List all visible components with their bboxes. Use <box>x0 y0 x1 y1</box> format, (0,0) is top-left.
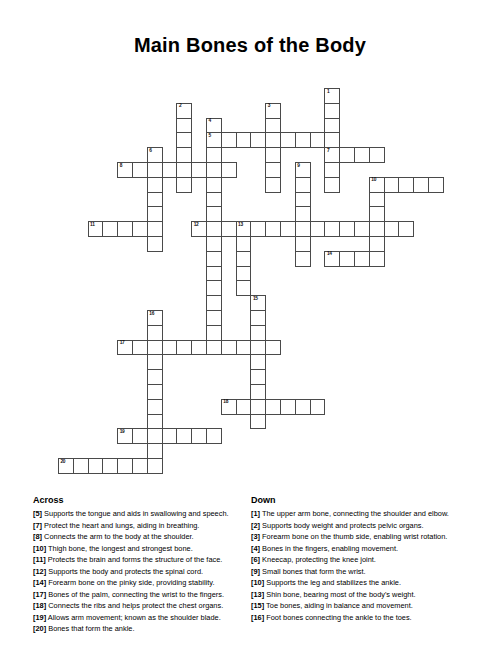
grid-cell[interactable] <box>310 132 326 148</box>
grid-cell[interactable]: 3 <box>265 103 281 119</box>
grid-cell[interactable] <box>369 206 385 222</box>
clue-number-label: [17] <box>33 590 46 599</box>
clue-number-label: [8] <box>33 532 42 541</box>
grid-cell[interactable] <box>176 428 192 444</box>
clue-number-label: [12] <box>33 567 46 576</box>
grid-cell[interactable] <box>236 251 252 267</box>
grid-cell[interactable]: 2 <box>176 103 192 119</box>
down-header: Down <box>251 495 497 505</box>
clue-number-label: [15] <box>251 601 264 610</box>
grid-cell[interactable] <box>221 340 237 356</box>
clue-item: [13] Shin bone, bearing most of the body… <box>251 589 497 601</box>
down-clues-column: Down [1] The upper arm bone, connecting … <box>251 495 497 623</box>
grid-cell[interactable] <box>295 236 311 252</box>
grid-cell[interactable] <box>206 295 222 311</box>
grid-cell[interactable]: 13 <box>236 221 252 237</box>
down-clue-list: [1] The upper arm bone, connecting the s… <box>251 508 497 623</box>
clue-item: [10] Thigh bone, the longest and stronge… <box>33 543 251 555</box>
grid-cell[interactable] <box>206 206 222 222</box>
grid-cell[interactable] <box>428 177 444 193</box>
grid-cell[interactable] <box>295 132 311 148</box>
clue-item: [15] Toe bones, aiding in balance and mo… <box>251 600 497 612</box>
grid-cell[interactable] <box>206 428 222 444</box>
grid-cell[interactable] <box>369 147 385 163</box>
grid-cell[interactable] <box>295 399 311 415</box>
grid-cell[interactable] <box>132 428 148 444</box>
clue-number-label: [11] <box>33 555 46 564</box>
grid-cell[interactable] <box>324 103 340 119</box>
grid-cell[interactable] <box>324 118 340 134</box>
grid-cell[interactable] <box>236 266 252 282</box>
grid-cell[interactable] <box>147 206 163 222</box>
grid-cell[interactable] <box>176 118 192 134</box>
grid-cell[interactable] <box>324 177 340 193</box>
grid-cell[interactable] <box>117 458 133 474</box>
grid-cell[interactable] <box>354 221 370 237</box>
crossword-page: Main Bones of the Body 12345678910111213… <box>0 0 500 647</box>
grid-cell[interactable]: 4 <box>206 118 222 134</box>
grid-cell[interactable] <box>265 132 281 148</box>
cell-number: 5 <box>209 134 211 139</box>
grid-cell[interactable] <box>191 162 207 178</box>
puzzle-title: Main Bones of the Body <box>0 34 500 57</box>
grid-cell[interactable] <box>324 162 340 178</box>
grid-cell[interactable] <box>413 177 429 193</box>
clue-number-label: [5] <box>33 509 42 518</box>
clue-item: [7] Protect the heart and lungs, aiding … <box>33 520 251 532</box>
cell-number: 12 <box>194 223 199 228</box>
clue-item: [1] The upper arm bone, connecting the s… <box>251 508 497 520</box>
grid-cell[interactable] <box>324 132 340 148</box>
cell-number: 14 <box>327 252 332 257</box>
grid-cell[interactable] <box>310 221 326 237</box>
clue-number-label: [2] <box>251 521 260 530</box>
grid-cell[interactable] <box>206 325 222 341</box>
grid-cell[interactable] <box>295 206 311 222</box>
clue-number-label: [6] <box>251 555 260 564</box>
clue-number-label: [14] <box>33 578 46 587</box>
grid-cell[interactable]: 5 <box>206 132 222 148</box>
grid-cell[interactable] <box>147 414 163 430</box>
grid-cell[interactable] <box>295 177 311 193</box>
grid-cell[interactable] <box>221 221 237 237</box>
grid-cell[interactable]: 12 <box>191 221 207 237</box>
grid-cell[interactable] <box>176 132 192 148</box>
grid-cell[interactable] <box>369 221 385 237</box>
cell-number: 11 <box>90 223 94 228</box>
grid-cell[interactable]: 11 <box>88 221 104 237</box>
clue-item: [19] Allows arm movement; known as the s… <box>33 612 251 624</box>
clue-number-label: [19] <box>33 613 46 622</box>
grid-cell[interactable] <box>88 458 104 474</box>
grid-cell[interactable] <box>206 340 222 356</box>
clue-item: [5] Supports the tongue and aids in swal… <box>33 508 251 520</box>
grid-cell[interactable]: 14 <box>324 251 340 267</box>
clue-number-label: [3] <box>251 532 260 541</box>
grid-cell[interactable] <box>206 162 222 178</box>
grid-cell[interactable] <box>250 384 266 400</box>
grid-cell[interactable] <box>339 221 355 237</box>
grid-cell[interactable] <box>250 221 266 237</box>
cell-number: 6 <box>149 149 151 154</box>
grid-cell[interactable]: 19 <box>117 428 133 444</box>
clue-item: [16] Foot bones connecting the ankle to … <box>251 612 497 624</box>
grid-cell[interactable] <box>147 325 163 341</box>
clue-number-label: [20] <box>33 624 46 633</box>
clue-item: [8] Connects the arm to the body at the … <box>33 531 251 543</box>
grid-cell[interactable] <box>250 369 266 385</box>
cell-number: 13 <box>238 223 243 228</box>
grid-cell[interactable]: 8 <box>117 162 133 178</box>
grid-cell[interactable]: 15 <box>250 295 266 311</box>
grid-cell[interactable] <box>176 340 192 356</box>
clue-item: [6] Kneecap, protecting the knee joint. <box>251 554 497 566</box>
clue-number-label: [18] <box>33 601 46 610</box>
grid-cell[interactable] <box>221 162 237 178</box>
grid-cell[interactable] <box>250 354 266 370</box>
clue-item: [20] Bones that form the ankle. <box>33 623 251 635</box>
across-clue-list: [5] Supports the tongue and aids in swal… <box>33 508 251 635</box>
grid-cell[interactable] <box>191 340 207 356</box>
grid-cell[interactable] <box>265 162 281 178</box>
grid-cell[interactable] <box>265 118 281 134</box>
grid-cell[interactable] <box>384 221 400 237</box>
clue-number-label: [10] <box>251 578 264 587</box>
grid-cell[interactable] <box>147 236 163 252</box>
grid-cell[interactable] <box>206 251 222 267</box>
clue-number-label: [16] <box>251 613 264 622</box>
cell-number: 19 <box>120 430 125 435</box>
cell-number: 7 <box>327 149 329 154</box>
clue-item: [3] Forearm bone on the thumb side, enab… <box>251 531 497 543</box>
grid-cell[interactable] <box>147 221 163 237</box>
grid-cell[interactable] <box>73 458 89 474</box>
cell-number: 3 <box>268 104 270 109</box>
across-clues-column: Across [5] Supports the tongue and aids … <box>33 495 251 635</box>
grid-cell[interactable] <box>265 177 281 193</box>
grid-cell[interactable] <box>147 162 163 178</box>
grid-cell[interactable] <box>369 251 385 267</box>
grid-cell[interactable] <box>280 399 296 415</box>
grid-cell[interactable] <box>265 340 281 356</box>
clue-number-label: [4] <box>251 544 260 553</box>
grid-cell[interactable] <box>132 221 148 237</box>
grid-cell[interactable] <box>295 251 311 267</box>
grid-cell[interactable] <box>102 221 118 237</box>
clue-item: [9] Small bones that form the wrist. <box>251 566 497 578</box>
grid-cell[interactable]: 7 <box>324 147 340 163</box>
cell-number: 17 <box>120 341 125 346</box>
grid-cell[interactable] <box>117 221 133 237</box>
cell-number: 18 <box>223 400 228 405</box>
grid-cell[interactable] <box>310 399 326 415</box>
grid-cell[interactable]: 20 <box>58 458 74 474</box>
cell-number: 8 <box>120 164 122 169</box>
grid-cell[interactable] <box>339 147 355 163</box>
grid-cell[interactable] <box>236 280 252 296</box>
grid-cell[interactable] <box>206 280 222 296</box>
grid-cell[interactable] <box>206 177 222 193</box>
grid-cell[interactable] <box>398 221 414 237</box>
grid-cell[interactable] <box>147 399 163 415</box>
cell-number: 4 <box>209 119 211 124</box>
grid-cell[interactable]: 18 <box>221 399 237 415</box>
grid-cell[interactable] <box>354 147 370 163</box>
grid-cell[interactable] <box>132 162 148 178</box>
grid-cell[interactable] <box>250 310 266 326</box>
grid-cell[interactable]: 10 <box>369 177 385 193</box>
cell-number: 10 <box>371 178 376 183</box>
grid-cell[interactable] <box>250 340 266 356</box>
grid-cell[interactable] <box>147 192 163 208</box>
grid-cell[interactable] <box>339 251 355 267</box>
grid-cell[interactable] <box>236 236 252 252</box>
grid-cell[interactable] <box>206 266 222 282</box>
grid-cell[interactable] <box>147 354 163 370</box>
grid-cell[interactable] <box>147 369 163 385</box>
clue-number-label: [9] <box>251 567 260 576</box>
clue-item: [12] Supports the body and protects the … <box>33 566 251 578</box>
grid-cell[interactable] <box>206 310 222 326</box>
grid-cell[interactable] <box>147 443 163 459</box>
clue-item: [4] Bones in the fingers, enabling movem… <box>251 543 497 555</box>
grid-cell[interactable]: 16 <box>147 310 163 326</box>
clue-item: [2] Supports body weight and protects pe… <box>251 520 497 532</box>
grid-cell[interactable] <box>250 325 266 341</box>
clue-item: [10] Supports the leg and stabilizes the… <box>251 577 497 589</box>
grid-cell[interactable] <box>236 132 252 148</box>
grid-cell[interactable]: 17 <box>117 340 133 356</box>
grid-cell[interactable] <box>206 221 222 237</box>
grid-cell[interactable] <box>280 132 296 148</box>
cell-number: 16 <box>149 312 154 317</box>
grid-cell[interactable] <box>102 458 118 474</box>
grid-cell[interactable] <box>132 458 148 474</box>
clue-item: [17] Bones of the palm, connecting the w… <box>33 589 251 601</box>
grid-cell[interactable] <box>176 162 192 178</box>
clue-number-label: [7] <box>33 521 42 530</box>
grid-cell[interactable] <box>147 384 163 400</box>
grid-cell[interactable] <box>354 251 370 267</box>
cell-number: 20 <box>61 460 66 465</box>
grid-cell[interactable]: 1 <box>324 88 340 104</box>
grid-cell[interactable] <box>147 458 163 474</box>
grid-cell[interactable] <box>162 340 178 356</box>
grid-cell[interactable] <box>132 340 148 356</box>
grid-cell[interactable] <box>206 147 222 163</box>
grid-cell[interactable] <box>369 192 385 208</box>
grid-cell[interactable] <box>147 428 163 444</box>
clue-number-label: [1] <box>251 509 260 518</box>
cell-number: 15 <box>253 297 258 302</box>
clue-item: [11] Protects the brain and forms the st… <box>33 554 251 566</box>
crossword-grid: 1234567891011121314151617181920 <box>58 88 445 475</box>
grid-cell[interactable] <box>369 236 385 252</box>
cell-number: 1 <box>327 90 329 95</box>
clue-number-label: [10] <box>33 544 46 553</box>
grid-cell[interactable]: 6 <box>147 147 163 163</box>
grid-cell[interactable] <box>280 221 296 237</box>
grid-cell[interactable] <box>250 132 266 148</box>
clue-number-label: [13] <box>251 590 264 599</box>
grid-cell[interactable] <box>236 399 252 415</box>
grid-cell[interactable] <box>324 221 340 237</box>
grid-cell[interactable]: 9 <box>295 162 311 178</box>
grid-cell[interactable] <box>206 236 222 252</box>
grid-cell[interactable] <box>265 399 281 415</box>
grid-cell[interactable] <box>265 147 281 163</box>
grid-cell[interactable] <box>295 192 311 208</box>
grid-cell[interactable] <box>147 340 163 356</box>
grid-cell[interactable] <box>191 428 207 444</box>
grid-cell[interactable] <box>147 177 163 193</box>
grid-cell[interactable] <box>176 177 192 193</box>
grid-cell[interactable] <box>176 147 192 163</box>
grid-cell[interactable] <box>250 414 266 430</box>
grid-cell[interactable] <box>265 221 281 237</box>
clue-item: [18] Connects the ribs and helps protect… <box>33 600 251 612</box>
grid-cell[interactable] <box>206 192 222 208</box>
grid-cell[interactable] <box>398 177 414 193</box>
across-header: Across <box>33 495 251 505</box>
grid-cell[interactable] <box>384 177 400 193</box>
cell-number: 2 <box>179 104 181 109</box>
grid-cell[interactable] <box>162 428 178 444</box>
clue-item: [14] Forearm bone on the pinky side, pro… <box>33 577 251 589</box>
grid-cell[interactable] <box>162 162 178 178</box>
grid-cell[interactable] <box>295 221 311 237</box>
cell-number: 9 <box>297 164 299 169</box>
grid-cell[interactable] <box>236 340 252 356</box>
grid-cell[interactable] <box>221 132 237 148</box>
grid-cell[interactable] <box>250 399 266 415</box>
